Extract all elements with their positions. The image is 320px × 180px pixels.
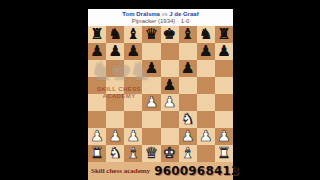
square-b4 bbox=[106, 94, 124, 111]
black-pawn-icon: ♟ bbox=[163, 78, 176, 93]
square-h2: ♟ bbox=[215, 128, 233, 145]
square-e2 bbox=[161, 128, 179, 145]
square-f2: ♟ bbox=[179, 128, 197, 145]
square-d8: ♛ bbox=[142, 26, 160, 43]
black-pawn-icon: ♟ bbox=[145, 61, 158, 76]
square-h3 bbox=[215, 111, 233, 128]
square-e1: ♚ bbox=[161, 145, 179, 162]
square-c2: ♟ bbox=[124, 128, 142, 145]
brand-name: Skill chess academy bbox=[91, 167, 150, 175]
square-d6: ♟ bbox=[142, 60, 160, 77]
white-player-name: Tom Dralsma bbox=[122, 11, 160, 17]
video-frame: Tom Dralsma vs J de Graaf Pijnacker (193… bbox=[0, 0, 320, 180]
square-g7: ♟ bbox=[197, 43, 215, 60]
square-g8: ♞ bbox=[197, 26, 215, 43]
square-c5 bbox=[124, 77, 142, 94]
square-a4 bbox=[88, 94, 106, 111]
black-rook-icon: ♜ bbox=[217, 27, 230, 42]
square-b1: ♞ bbox=[106, 145, 124, 162]
black-pawn-icon: ♟ bbox=[127, 44, 140, 59]
square-d1: ♛ bbox=[142, 145, 160, 162]
square-b6 bbox=[106, 60, 124, 77]
square-g3 bbox=[197, 111, 215, 128]
square-f6: ♟ bbox=[179, 60, 197, 77]
square-d5 bbox=[142, 77, 160, 94]
square-c1: ♝ bbox=[124, 145, 142, 162]
square-a3 bbox=[88, 111, 106, 128]
square-a1: ♜ bbox=[88, 145, 106, 162]
game-header: Tom Dralsma vs J de Graaf Pijnacker (193… bbox=[88, 9, 233, 26]
square-e3 bbox=[161, 111, 179, 128]
square-f4 bbox=[179, 94, 197, 111]
square-c8: ♝ bbox=[124, 26, 142, 43]
square-a5 bbox=[88, 77, 106, 94]
square-e7 bbox=[161, 43, 179, 60]
white-knight-icon: ♞ bbox=[108, 146, 121, 161]
square-h6 bbox=[215, 60, 233, 77]
square-c7: ♟ bbox=[124, 43, 142, 60]
black-king-icon: ♚ bbox=[163, 27, 176, 42]
white-pawn-icon: ♟ bbox=[145, 95, 158, 110]
black-queen-icon: ♛ bbox=[145, 27, 158, 42]
square-b7: ♟ bbox=[106, 43, 124, 60]
black-player-name: J de Graaf bbox=[169, 11, 198, 17]
footer-banner: Skill chess academy 9600968413 bbox=[88, 162, 233, 180]
black-rook-icon: ♜ bbox=[90, 27, 103, 42]
white-pawn-icon: ♟ bbox=[108, 129, 121, 144]
white-king-icon: ♚ bbox=[163, 146, 176, 161]
square-b5 bbox=[106, 77, 124, 94]
square-f5 bbox=[179, 77, 197, 94]
white-bishop-icon: ♝ bbox=[127, 146, 140, 161]
vs-label: vs bbox=[162, 11, 168, 17]
white-pawn-icon: ♟ bbox=[199, 129, 212, 144]
phone-number: 9600968413 bbox=[154, 164, 240, 178]
black-knight-icon: ♞ bbox=[108, 27, 121, 42]
black-pawn-icon: ♟ bbox=[108, 44, 121, 59]
square-h4 bbox=[215, 94, 233, 111]
white-queen-icon: ♛ bbox=[145, 146, 158, 161]
black-pawn-icon: ♟ bbox=[181, 61, 194, 76]
white-pawn-icon: ♟ bbox=[90, 129, 103, 144]
square-g4 bbox=[197, 94, 215, 111]
white-pawn-icon: ♟ bbox=[181, 129, 194, 144]
square-g1 bbox=[197, 145, 215, 162]
square-f3: ♞ bbox=[179, 111, 197, 128]
square-d7 bbox=[142, 43, 160, 60]
white-rook-icon: ♜ bbox=[90, 146, 103, 161]
white-pawn-icon: ♟ bbox=[217, 129, 230, 144]
square-c3 bbox=[124, 111, 142, 128]
square-d2 bbox=[142, 128, 160, 145]
black-pawn-icon: ♟ bbox=[199, 44, 212, 59]
white-pawn-icon: ♟ bbox=[163, 95, 176, 110]
players-line: Tom Dralsma vs J de Graaf bbox=[88, 11, 233, 17]
square-d3 bbox=[142, 111, 160, 128]
square-h8: ♜ bbox=[215, 26, 233, 43]
square-b2: ♟ bbox=[106, 128, 124, 145]
square-b8: ♞ bbox=[106, 26, 124, 43]
event-result-line: Pijnacker (1934) · 1-0 bbox=[88, 18, 233, 24]
black-pawn-icon: ♟ bbox=[217, 44, 230, 59]
square-g5 bbox=[197, 77, 215, 94]
chess-board: ♞♚♞ SKILL CHESS ACADEMY ♜♞♝♛♚♝♞♜♟♟♟♟♟♟♟♟… bbox=[88, 26, 233, 162]
square-a2: ♟ bbox=[88, 128, 106, 145]
square-h5 bbox=[215, 77, 233, 94]
black-bishop-icon: ♝ bbox=[181, 27, 194, 42]
square-e8: ♚ bbox=[161, 26, 179, 43]
white-bishop-icon: ♝ bbox=[181, 146, 194, 161]
square-a6 bbox=[88, 60, 106, 77]
square-f1: ♝ bbox=[179, 145, 197, 162]
white-rook-icon: ♜ bbox=[217, 146, 230, 161]
square-e6 bbox=[161, 60, 179, 77]
square-a7: ♟ bbox=[88, 43, 106, 60]
square-f7 bbox=[179, 43, 197, 60]
square-e5: ♟ bbox=[161, 77, 179, 94]
white-knight-icon: ♞ bbox=[181, 112, 194, 127]
square-c6 bbox=[124, 60, 142, 77]
square-b3 bbox=[106, 111, 124, 128]
white-pawn-icon: ♟ bbox=[127, 129, 140, 144]
square-f8: ♝ bbox=[179, 26, 197, 43]
square-h1: ♜ bbox=[215, 145, 233, 162]
square-g6 bbox=[197, 60, 215, 77]
square-e4: ♟ bbox=[161, 94, 179, 111]
black-knight-icon: ♞ bbox=[199, 27, 212, 42]
square-c4 bbox=[124, 94, 142, 111]
square-g2: ♟ bbox=[197, 128, 215, 145]
black-bishop-icon: ♝ bbox=[127, 27, 140, 42]
square-a8: ♜ bbox=[88, 26, 106, 43]
square-d4: ♟ bbox=[142, 94, 160, 111]
black-pawn-icon: ♟ bbox=[90, 44, 103, 59]
square-h7: ♟ bbox=[215, 43, 233, 60]
